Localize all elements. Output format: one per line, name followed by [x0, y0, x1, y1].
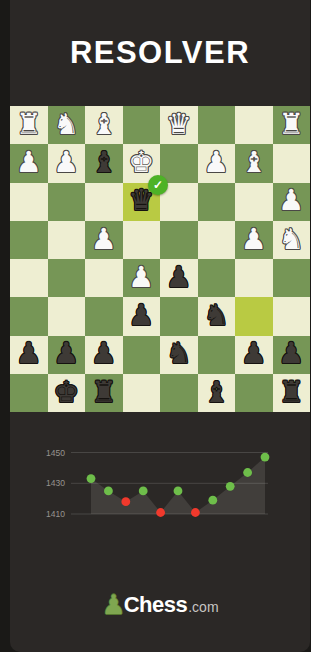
square-h5[interactable]: [10, 259, 48, 297]
white-bishop[interactable]: ♝: [241, 148, 267, 177]
white-queen[interactable]: ♛: [166, 110, 192, 139]
black-bishop[interactable]: ♝: [203, 378, 229, 407]
square-c4[interactable]: [198, 221, 236, 259]
white-knight[interactable]: ♞: [53, 110, 79, 139]
puzzle-result-dot-6-pass: [174, 487, 183, 496]
square-b6[interactable]: [235, 297, 273, 335]
white-pawn[interactable]: ♟: [16, 148, 42, 177]
white-pawn[interactable]: ♟: [203, 148, 229, 177]
black-pawn[interactable]: ♟: [166, 263, 192, 292]
square-h2[interactable]: ♟: [10, 144, 48, 182]
square-d4[interactable]: [160, 221, 198, 259]
square-g3[interactable]: [48, 183, 86, 221]
square-f8[interactable]: ♜: [85, 374, 123, 412]
square-e5[interactable]: ♟: [123, 259, 161, 297]
square-d6[interactable]: [160, 297, 198, 335]
puzzle-result-dot-1-pass: [87, 474, 96, 483]
square-a2[interactable]: [273, 144, 311, 182]
white-rook[interactable]: ♜: [278, 110, 304, 139]
square-f5[interactable]: [85, 259, 123, 297]
app-screenshot: RESOLVER ♜♞♝♛♜♟♟♝♚♟♝♛♟♟♟♞♟♟♟♞♟♟♟♞♟♟♚♜♝♜✓…: [10, 0, 310, 652]
square-g1[interactable]: ♞: [48, 106, 86, 144]
black-pawn[interactable]: ♟: [91, 339, 117, 368]
square-g8[interactable]: ♚: [48, 374, 86, 412]
square-d2[interactable]: [160, 144, 198, 182]
black-knight[interactable]: ♞: [166, 339, 192, 368]
black-pawn[interactable]: ♟: [128, 301, 154, 330]
logo-text: Chess: [124, 592, 188, 618]
black-pawn[interactable]: ♟: [241, 339, 267, 368]
y-axis-label-1430: 1430: [46, 478, 65, 488]
white-pawn[interactable]: ♟: [53, 148, 79, 177]
black-rook[interactable]: ♜: [278, 378, 304, 407]
chess-board[interactable]: ♜♞♝♛♜♟♟♝♚♟♝♛♟♟♟♞♟♟♟♞♟♟♟♞♟♟♚♜♝♜✓: [10, 106, 310, 412]
square-f1[interactable]: ♝: [85, 106, 123, 144]
square-c7[interactable]: [198, 336, 236, 374]
square-a8[interactable]: ♜: [273, 374, 311, 412]
square-d7[interactable]: ♞: [160, 336, 198, 374]
square-e1[interactable]: [123, 106, 161, 144]
square-h4[interactable]: [10, 221, 48, 259]
white-pawn[interactable]: ♟: [278, 186, 304, 215]
square-e7[interactable]: [123, 336, 161, 374]
correct-move-badge: ✓: [148, 175, 168, 195]
puzzle-result-dot-10-pass: [243, 468, 252, 477]
white-king[interactable]: ♚: [128, 148, 154, 177]
square-g2[interactable]: ♟: [48, 144, 86, 182]
y-axis-label-1450: 1450: [46, 448, 65, 458]
square-e6[interactable]: ♟: [123, 297, 161, 335]
white-bishop[interactable]: ♝: [91, 110, 117, 139]
black-pawn[interactable]: ♟: [53, 339, 79, 368]
square-f2[interactable]: ♝: [85, 144, 123, 182]
black-pawn[interactable]: ♟: [16, 339, 42, 368]
square-h1[interactable]: ♜: [10, 106, 48, 144]
square-c1[interactable]: [198, 106, 236, 144]
square-f3[interactable]: [85, 183, 123, 221]
square-f7[interactable]: ♟: [85, 336, 123, 374]
puzzle-result-dot-5-fail: [156, 508, 165, 517]
square-e4[interactable]: [123, 221, 161, 259]
square-a5[interactable]: [273, 259, 311, 297]
black-king[interactable]: ♚: [53, 378, 79, 407]
square-c2[interactable]: ♟: [198, 144, 236, 182]
white-knight[interactable]: ♞: [278, 225, 304, 254]
square-h8[interactable]: [10, 374, 48, 412]
puzzle-result-dot-4-pass: [139, 487, 148, 496]
puzzle-result-dot-7-fail: [191, 508, 200, 517]
square-c5[interactable]: [198, 259, 236, 297]
black-knight[interactable]: ♞: [203, 301, 229, 330]
square-d8[interactable]: [160, 374, 198, 412]
logo-suffix: .com: [188, 599, 218, 615]
puzzle-result-dot-11-pass: [261, 453, 270, 462]
pawn-logo-icon: ♟: [101, 591, 125, 618]
square-g5[interactable]: [48, 259, 86, 297]
puzzle-result-dot-2-pass: [104, 487, 113, 496]
white-pawn[interactable]: ♟: [128, 263, 154, 292]
square-g4[interactable]: [48, 221, 86, 259]
square-g7[interactable]: ♟: [48, 336, 86, 374]
square-d1[interactable]: ♛: [160, 106, 198, 144]
square-a6[interactable]: [273, 297, 311, 335]
y-axis-label-1410: 1410: [46, 509, 65, 519]
square-a3[interactable]: ♟: [273, 183, 311, 221]
square-b3[interactable]: [235, 183, 273, 221]
square-a1[interactable]: ♜: [273, 106, 311, 144]
square-h7[interactable]: ♟: [10, 336, 48, 374]
black-pawn[interactable]: ♟: [278, 339, 304, 368]
square-b7[interactable]: ♟: [235, 336, 273, 374]
square-a4[interactable]: ♞: [273, 221, 311, 259]
square-h3[interactable]: [10, 183, 48, 221]
chesscom-logo[interactable]: ♟ Chess .com: [10, 589, 310, 627]
page-title: RESOLVER: [70, 35, 250, 71]
white-rook[interactable]: ♜: [16, 110, 42, 139]
square-b4[interactable]: ♟: [235, 221, 273, 259]
white-pawn[interactable]: ♟: [241, 225, 267, 254]
puzzle-result-dot-3-fail: [121, 497, 130, 506]
square-b1[interactable]: [235, 106, 273, 144]
square-f6[interactable]: [85, 297, 123, 335]
puzzle-result-dot-8-pass: [208, 496, 217, 505]
square-b2[interactable]: ♝: [235, 144, 273, 182]
black-bishop[interactable]: ♝: [91, 148, 117, 177]
rating-chart: 145014301410: [10, 430, 310, 540]
check-icon: ✓: [153, 179, 163, 191]
black-rook[interactable]: ♜: [91, 378, 117, 407]
square-d5[interactable]: ♟: [160, 259, 198, 297]
puzzle-result-dot-9-pass: [226, 482, 235, 491]
square-c8[interactable]: ♝: [198, 374, 236, 412]
square-c3[interactable]: [198, 183, 236, 221]
square-b5[interactable]: [235, 259, 273, 297]
white-pawn[interactable]: ♟: [91, 225, 117, 254]
square-f4[interactable]: ♟: [85, 221, 123, 259]
square-g6[interactable]: [48, 297, 86, 335]
square-b8[interactable]: [235, 374, 273, 412]
square-e8[interactable]: [123, 374, 161, 412]
square-c6[interactable]: ♞: [198, 297, 236, 335]
header: RESOLVER: [10, 0, 310, 106]
rating-area: [91, 457, 265, 514]
square-a7[interactable]: ♟: [273, 336, 311, 374]
square-h6[interactable]: [10, 297, 48, 335]
